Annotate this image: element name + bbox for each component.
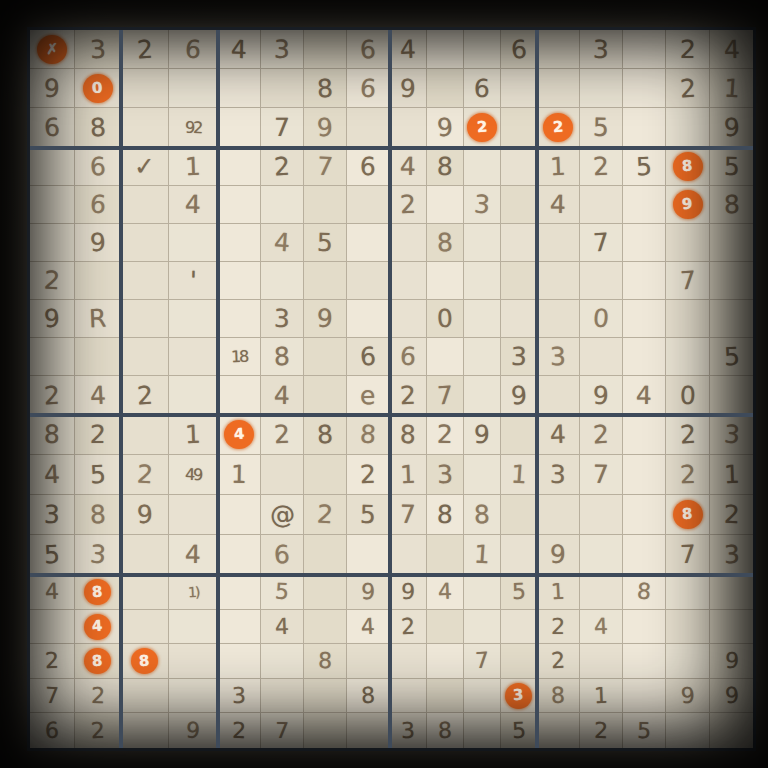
- cell[interactable]: @: [261, 495, 304, 535]
- cell[interactable]: [623, 610, 666, 644]
- cell[interactable]: 6: [501, 30, 537, 69]
- cell[interactable]: [666, 108, 710, 148]
- cell[interactable]: 8: [623, 575, 666, 610]
- cell[interactable]: [580, 69, 623, 108]
- cell[interactable]: 4: [710, 30, 753, 69]
- cell[interactable]: [710, 376, 753, 415]
- cell[interactable]: 7: [427, 376, 464, 415]
- cell[interactable]: 4: [75, 376, 121, 415]
- cell[interactable]: 2: [304, 495, 347, 535]
- cell[interactable]: [666, 644, 710, 679]
- cell[interactable]: [347, 262, 390, 300]
- cell[interactable]: 7: [580, 224, 623, 262]
- cell[interactable]: 8: [347, 415, 390, 455]
- cell[interactable]: [501, 148, 537, 186]
- cell[interactable]: 1: [710, 69, 753, 108]
- cell[interactable]: 5: [501, 713, 537, 748]
- cell[interactable]: 2: [580, 148, 623, 186]
- cell[interactable]: 8: [75, 495, 121, 535]
- cell[interactable]: [710, 224, 753, 262]
- cell[interactable]: [218, 186, 261, 224]
- cell[interactable]: 6: [347, 69, 390, 108]
- cell[interactable]: [121, 262, 169, 300]
- cell[interactable]: [218, 376, 261, 415]
- cell[interactable]: 2: [390, 610, 427, 644]
- cell[interactable]: [390, 108, 427, 148]
- cell[interactable]: [464, 148, 501, 186]
- cell[interactable]: 5: [347, 495, 390, 535]
- cell[interactable]: [304, 30, 347, 69]
- cell[interactable]: [537, 300, 580, 338]
- cell[interactable]: 3: [501, 679, 537, 713]
- cell[interactable]: [427, 679, 464, 713]
- cell[interactable]: 2: [537, 108, 580, 148]
- cell[interactable]: [347, 186, 390, 224]
- cell[interactable]: 5: [710, 148, 753, 186]
- cell[interactable]: 6: [261, 535, 304, 575]
- cell[interactable]: [464, 455, 501, 495]
- cell[interactable]: [666, 224, 710, 262]
- cell[interactable]: 7: [30, 679, 75, 713]
- cell[interactable]: 4: [30, 455, 75, 495]
- cell[interactable]: 0: [427, 300, 464, 338]
- cell[interactable]: 2: [75, 679, 121, 713]
- cell[interactable]: 2: [537, 610, 580, 644]
- cell[interactable]: 6: [347, 338, 390, 376]
- cell[interactable]: 2: [261, 148, 304, 186]
- cell[interactable]: 0: [666, 376, 710, 415]
- cell[interactable]: 4: [169, 535, 218, 575]
- cell[interactable]: [501, 415, 537, 455]
- cell[interactable]: 4: [218, 30, 261, 69]
- cell[interactable]: [169, 338, 218, 376]
- cell[interactable]: [464, 610, 501, 644]
- cell[interactable]: 2: [30, 262, 75, 300]
- cell[interactable]: [304, 610, 347, 644]
- cell[interactable]: 2: [666, 30, 710, 69]
- cell[interactable]: [464, 300, 501, 338]
- cell[interactable]: 9: [537, 535, 580, 575]
- cell[interactable]: 2: [121, 455, 169, 495]
- cell[interactable]: [427, 30, 464, 69]
- cell[interactable]: 9: [580, 376, 623, 415]
- cell[interactable]: 6: [75, 186, 121, 224]
- cell[interactable]: 5: [304, 224, 347, 262]
- cell[interactable]: [623, 535, 666, 575]
- cell[interactable]: 4: [261, 610, 304, 644]
- cell[interactable]: 4: [390, 148, 427, 186]
- cell[interactable]: [427, 535, 464, 575]
- cell[interactable]: [30, 338, 75, 376]
- cell[interactable]: 3: [218, 679, 261, 713]
- cell[interactable]: 9: [121, 495, 169, 535]
- cell[interactable]: [121, 713, 169, 748]
- cell[interactable]: 4: [261, 224, 304, 262]
- cell[interactable]: 4: [537, 415, 580, 455]
- cell[interactable]: [261, 455, 304, 495]
- cell[interactable]: [75, 338, 121, 376]
- cell[interactable]: 8: [75, 108, 121, 148]
- cell[interactable]: [710, 300, 753, 338]
- cell[interactable]: 0: [75, 69, 121, 108]
- cell[interactable]: 4: [30, 575, 75, 610]
- cell[interactable]: [464, 262, 501, 300]
- cell[interactable]: 9: [501, 376, 537, 415]
- cell[interactable]: [121, 575, 169, 610]
- cell[interactable]: [501, 644, 537, 679]
- cell[interactable]: 8: [666, 148, 710, 186]
- cell[interactable]: [710, 575, 753, 610]
- cell[interactable]: 9: [666, 186, 710, 224]
- cell[interactable]: [261, 644, 304, 679]
- cell[interactable]: [121, 108, 169, 148]
- cell[interactable]: 8: [304, 644, 347, 679]
- cell[interactable]: 8: [121, 644, 169, 679]
- cell[interactable]: [623, 415, 666, 455]
- cell[interactable]: [390, 224, 427, 262]
- cell[interactable]: 7: [666, 262, 710, 300]
- cell[interactable]: 4: [169, 186, 218, 224]
- cell[interactable]: [580, 262, 623, 300]
- cell[interactable]: 6: [347, 30, 390, 69]
- cell[interactable]: 6: [169, 30, 218, 69]
- cell[interactable]: 3: [390, 713, 427, 748]
- cell[interactable]: 9: [30, 69, 75, 108]
- cell[interactable]: 8: [666, 495, 710, 535]
- cell[interactable]: 1: [501, 455, 537, 495]
- cell[interactable]: 3: [30, 495, 75, 535]
- cell[interactable]: 6: [30, 108, 75, 148]
- cell[interactable]: 2: [121, 376, 169, 415]
- cell[interactable]: 2: [261, 415, 304, 455]
- cell[interactable]: [121, 679, 169, 713]
- cell[interactable]: [261, 186, 304, 224]
- cell[interactable]: 7: [304, 148, 347, 186]
- cell[interactable]: [537, 224, 580, 262]
- cell[interactable]: [427, 262, 464, 300]
- cell[interactable]: [390, 644, 427, 679]
- cell[interactable]: 4: [261, 376, 304, 415]
- cell[interactable]: [464, 713, 501, 748]
- cell[interactable]: 5: [75, 455, 121, 495]
- cell[interactable]: [464, 679, 501, 713]
- cell[interactable]: 9: [390, 575, 427, 610]
- cell[interactable]: [427, 610, 464, 644]
- cell[interactable]: [501, 535, 537, 575]
- cell[interactable]: [464, 224, 501, 262]
- cell[interactable]: [121, 535, 169, 575]
- cell[interactable]: [121, 224, 169, 262]
- cell[interactable]: [169, 679, 218, 713]
- cell[interactable]: 6: [390, 338, 427, 376]
- cell[interactable]: ': [169, 262, 218, 300]
- cell[interactable]: [623, 186, 666, 224]
- cell[interactable]: 8: [75, 575, 121, 610]
- cell[interactable]: 6: [75, 148, 121, 186]
- cell[interactable]: 92: [169, 108, 218, 148]
- cell[interactable]: [623, 679, 666, 713]
- cell[interactable]: 2: [666, 455, 710, 495]
- cell[interactable]: [218, 575, 261, 610]
- cell[interactable]: [623, 495, 666, 535]
- cell[interactable]: 1: [169, 415, 218, 455]
- cell[interactable]: [537, 495, 580, 535]
- cell[interactable]: 5: [710, 338, 753, 376]
- cell[interactable]: 9: [169, 713, 218, 748]
- cell[interactable]: [710, 262, 753, 300]
- cell[interactable]: 49: [169, 455, 218, 495]
- cell[interactable]: [218, 148, 261, 186]
- cell[interactable]: 2: [30, 376, 75, 415]
- cell[interactable]: 3: [464, 186, 501, 224]
- cell[interactable]: [218, 644, 261, 679]
- cell[interactable]: 18: [218, 338, 261, 376]
- cell[interactable]: [347, 713, 390, 748]
- cell[interactable]: 5: [261, 575, 304, 610]
- cell[interactable]: [169, 376, 218, 415]
- cell[interactable]: ✗: [30, 30, 75, 69]
- cell[interactable]: [623, 69, 666, 108]
- cell[interactable]: [169, 300, 218, 338]
- cell[interactable]: [623, 455, 666, 495]
- cell[interactable]: [121, 415, 169, 455]
- cell[interactable]: 3: [75, 535, 121, 575]
- cell[interactable]: [169, 69, 218, 108]
- cell[interactable]: [666, 713, 710, 748]
- cell[interactable]: 9: [710, 644, 753, 679]
- cell[interactable]: [427, 338, 464, 376]
- cell[interactable]: [75, 262, 121, 300]
- cell[interactable]: 7: [464, 644, 501, 679]
- cell[interactable]: [169, 495, 218, 535]
- cell[interactable]: [218, 300, 261, 338]
- cell[interactable]: R: [75, 300, 121, 338]
- cell[interactable]: [710, 610, 753, 644]
- cell[interactable]: 3: [75, 30, 121, 69]
- cell[interactable]: [169, 644, 218, 679]
- cell[interactable]: [121, 610, 169, 644]
- cell[interactable]: 2: [30, 644, 75, 679]
- cell[interactable]: 3: [710, 415, 753, 455]
- cell[interactable]: ✓: [121, 148, 169, 186]
- cell[interactable]: [30, 148, 75, 186]
- cell[interactable]: 2: [390, 186, 427, 224]
- cell[interactable]: [537, 30, 580, 69]
- cell[interactable]: [501, 495, 537, 535]
- cell[interactable]: 2: [218, 713, 261, 748]
- cell[interactable]: [537, 262, 580, 300]
- cell[interactable]: 2: [666, 69, 710, 108]
- cell[interactable]: [390, 262, 427, 300]
- cell[interactable]: 1): [169, 575, 218, 610]
- cell[interactable]: 2: [666, 415, 710, 455]
- cell[interactable]: 7: [390, 495, 427, 535]
- cell[interactable]: [304, 575, 347, 610]
- cell[interactable]: 4: [347, 610, 390, 644]
- cell[interactable]: 3: [580, 30, 623, 69]
- cell[interactable]: [623, 30, 666, 69]
- cell[interactable]: [304, 713, 347, 748]
- cell[interactable]: [121, 338, 169, 376]
- cell[interactable]: 3: [261, 30, 304, 69]
- cell[interactable]: [30, 610, 75, 644]
- cell[interactable]: 1: [710, 455, 753, 495]
- cell[interactable]: [623, 644, 666, 679]
- cell[interactable]: 9: [710, 108, 753, 148]
- cell[interactable]: [121, 186, 169, 224]
- cell[interactable]: [580, 186, 623, 224]
- cell[interactable]: 6: [464, 69, 501, 108]
- cell[interactable]: 8: [464, 495, 501, 535]
- cell[interactable]: 1: [537, 575, 580, 610]
- cell[interactable]: 4: [390, 30, 427, 69]
- cell[interactable]: [304, 535, 347, 575]
- cell[interactable]: 2: [710, 495, 753, 535]
- cell[interactable]: [427, 644, 464, 679]
- cell[interactable]: [464, 376, 501, 415]
- cell[interactable]: [304, 338, 347, 376]
- cell[interactable]: 9: [347, 575, 390, 610]
- cell[interactable]: 1: [580, 679, 623, 713]
- cell[interactable]: [623, 224, 666, 262]
- cell[interactable]: [218, 610, 261, 644]
- cell[interactable]: 2: [75, 713, 121, 748]
- cell[interactable]: [501, 224, 537, 262]
- cell[interactable]: 2: [580, 415, 623, 455]
- cell[interactable]: [30, 186, 75, 224]
- cell[interactable]: [580, 535, 623, 575]
- cell[interactable]: 9: [666, 679, 710, 713]
- cell[interactable]: 2: [121, 30, 169, 69]
- cell[interactable]: [390, 535, 427, 575]
- cell[interactable]: 2: [580, 713, 623, 748]
- cell[interactable]: 1: [218, 455, 261, 495]
- cell[interactable]: [121, 69, 169, 108]
- cell[interactable]: 2: [347, 455, 390, 495]
- cell[interactable]: [537, 69, 580, 108]
- cell[interactable]: 4: [427, 575, 464, 610]
- cell[interactable]: [121, 300, 169, 338]
- cell[interactable]: [464, 30, 501, 69]
- cell[interactable]: [501, 108, 537, 148]
- cell[interactable]: 7: [261, 713, 304, 748]
- cell[interactable]: 5: [623, 148, 666, 186]
- cell[interactable]: [501, 186, 537, 224]
- cell[interactable]: 2: [390, 376, 427, 415]
- cell[interactable]: 4: [623, 376, 666, 415]
- cell[interactable]: [427, 186, 464, 224]
- cell[interactable]: [580, 338, 623, 376]
- cell[interactable]: [666, 338, 710, 376]
- cell[interactable]: [464, 575, 501, 610]
- cell[interactable]: 3: [537, 338, 580, 376]
- cell[interactable]: 5: [580, 108, 623, 148]
- cell[interactable]: 3: [710, 535, 753, 575]
- cell[interactable]: 9: [390, 69, 427, 108]
- cell[interactable]: [218, 262, 261, 300]
- cell[interactable]: 8: [30, 415, 75, 455]
- cell[interactable]: [501, 610, 537, 644]
- cell[interactable]: [427, 69, 464, 108]
- cell[interactable]: 8: [390, 415, 427, 455]
- cell[interactable]: 9: [464, 415, 501, 455]
- cell[interactable]: 7: [580, 455, 623, 495]
- cell[interactable]: 8: [427, 495, 464, 535]
- cell[interactable]: 8: [427, 224, 464, 262]
- cell[interactable]: 8: [537, 679, 580, 713]
- cell[interactable]: [580, 644, 623, 679]
- cell[interactable]: 9: [75, 224, 121, 262]
- cell[interactable]: [261, 69, 304, 108]
- cell[interactable]: [623, 338, 666, 376]
- cell[interactable]: 5: [623, 713, 666, 748]
- cell[interactable]: 4: [537, 186, 580, 224]
- cell[interactable]: 8: [304, 415, 347, 455]
- cell[interactable]: [666, 300, 710, 338]
- cell[interactable]: [169, 224, 218, 262]
- cell[interactable]: [464, 338, 501, 376]
- cell[interactable]: [347, 300, 390, 338]
- cell[interactable]: [501, 262, 537, 300]
- cell[interactable]: 0: [580, 300, 623, 338]
- cell[interactable]: [580, 575, 623, 610]
- cell[interactable]: 8: [427, 713, 464, 748]
- cell[interactable]: 3: [427, 455, 464, 495]
- cell[interactable]: 1: [169, 148, 218, 186]
- cell[interactable]: 8: [347, 679, 390, 713]
- cell[interactable]: [261, 679, 304, 713]
- cell[interactable]: e: [347, 376, 390, 415]
- cell[interactable]: [537, 376, 580, 415]
- cell[interactable]: 9: [304, 108, 347, 148]
- cell[interactable]: [218, 495, 261, 535]
- cell[interactable]: [218, 535, 261, 575]
- cell[interactable]: [623, 262, 666, 300]
- cell[interactable]: [169, 610, 218, 644]
- cell[interactable]: 1: [464, 535, 501, 575]
- cell[interactable]: 2: [427, 415, 464, 455]
- cell[interactable]: [666, 575, 710, 610]
- cell[interactable]: 8: [710, 186, 753, 224]
- cell[interactable]: [623, 300, 666, 338]
- cell[interactable]: 4: [75, 610, 121, 644]
- cell[interactable]: [347, 535, 390, 575]
- cell[interactable]: 2: [537, 644, 580, 679]
- cell[interactable]: [304, 376, 347, 415]
- cell[interactable]: 3: [537, 455, 580, 495]
- cell[interactable]: 2: [464, 108, 501, 148]
- cell[interactable]: 8: [427, 148, 464, 186]
- cell[interactable]: [30, 224, 75, 262]
- cell[interactable]: [580, 495, 623, 535]
- cell[interactable]: 2: [75, 415, 121, 455]
- cell[interactable]: 8: [261, 338, 304, 376]
- cell[interactable]: [666, 610, 710, 644]
- cell[interactable]: [347, 224, 390, 262]
- cell[interactable]: [537, 713, 580, 748]
- cell[interactable]: 5: [30, 535, 75, 575]
- cell[interactable]: [501, 69, 537, 108]
- cell[interactable]: [390, 300, 427, 338]
- cell[interactable]: 8: [75, 644, 121, 679]
- cell[interactable]: 7: [261, 108, 304, 148]
- cell[interactable]: [623, 108, 666, 148]
- cell[interactable]: [347, 644, 390, 679]
- cell[interactable]: [304, 455, 347, 495]
- cell[interactable]: 9: [304, 300, 347, 338]
- cell[interactable]: [218, 69, 261, 108]
- cell[interactable]: 9: [427, 108, 464, 148]
